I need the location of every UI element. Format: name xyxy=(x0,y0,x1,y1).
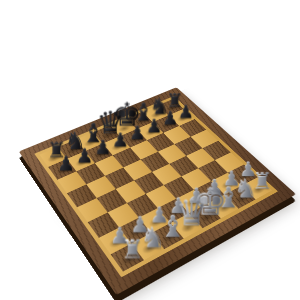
chess-set-product-photo: ♜♞♝♛♚♝♞♜♟♟♟♟♟♟♟♟♟♟♟♟♟♟♟♟♜♞♝♛♚♝♞♜ xyxy=(0,0,300,300)
pawn-glyph: ♟ xyxy=(44,154,88,174)
perspective-container: ♜♞♝♛♚♝♞♜♟♟♟♟♟♟♟♟♟♟♟♟♟♟♟♟♜♞♝♛♚♝♞♜ xyxy=(0,0,300,300)
rook-glyph: ♜ xyxy=(106,238,157,264)
chess-board: ♜♞♝♛♚♝♞♜♟♟♟♟♟♟♟♟♟♟♟♟♟♟♟♟♜♞♝♛♚♝♞♜ xyxy=(19,87,296,295)
